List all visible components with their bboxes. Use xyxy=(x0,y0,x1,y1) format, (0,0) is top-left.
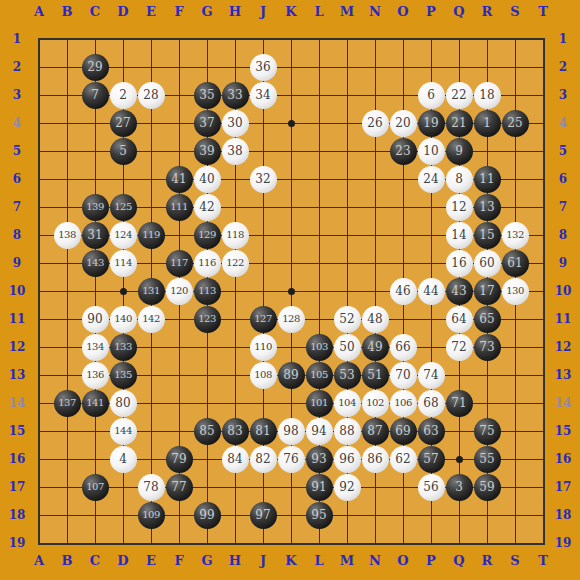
col-label-bottom-D: D xyxy=(109,551,137,571)
col-label-bottom-C: C xyxy=(81,551,109,571)
stone-black-33[interactable]: 33 xyxy=(222,82,249,109)
stone-white-82[interactable]: 82 xyxy=(250,446,277,473)
col-label-bottom-N: N xyxy=(361,551,389,571)
stone-black-9[interactable]: 9 xyxy=(446,138,473,165)
stone-number: 38 xyxy=(227,145,242,157)
stone-black-19[interactable]: 19 xyxy=(418,110,445,137)
stone-white-44[interactable]: 44 xyxy=(418,278,445,305)
stone-black-27[interactable]: 27 xyxy=(110,110,137,137)
row-label-left-7: 7 xyxy=(0,193,34,221)
col-label-top-Q: Q xyxy=(445,2,473,22)
stone-black-99[interactable]: 99 xyxy=(194,502,221,529)
stone-black-7[interactable]: 7 xyxy=(82,82,109,109)
stone-black-95[interactable]: 95 xyxy=(306,502,333,529)
row-label-left-16: 16 xyxy=(0,445,34,473)
stone-black-113[interactable]: 113 xyxy=(194,278,221,305)
stone-white-132[interactable]: 132 xyxy=(502,222,529,249)
stone-black-71[interactable]: 71 xyxy=(446,390,473,417)
stone-black-103[interactable]: 103 xyxy=(306,334,333,361)
col-label-top-E: E xyxy=(137,2,165,22)
stone-black-109[interactable]: 109 xyxy=(138,502,165,529)
stone-white-92[interactable]: 92 xyxy=(334,474,361,501)
col-label-top-A: A xyxy=(25,2,53,22)
stone-black-131[interactable]: 131 xyxy=(138,278,165,305)
col-label-bottom-G: G xyxy=(193,551,221,571)
stone-white-124[interactable]: 124 xyxy=(110,222,137,249)
stone-white-64[interactable]: 64 xyxy=(446,306,473,333)
stone-number: 15 xyxy=(479,229,494,241)
stone-black-23[interactable]: 23 xyxy=(390,138,417,165)
row-label-left-6: 6 xyxy=(0,165,34,193)
col-label-top-D: D xyxy=(109,2,137,22)
stone-number: 103 xyxy=(310,342,328,352)
stone-number: 92 xyxy=(339,481,354,493)
stone-white-24[interactable]: 24 xyxy=(418,166,445,193)
stone-number: 57 xyxy=(423,453,438,465)
stone-black-107[interactable]: 107 xyxy=(82,474,109,501)
row-label-right-1: 1 xyxy=(546,25,580,53)
stone-white-136[interactable]: 136 xyxy=(82,362,109,389)
stone-white-116[interactable]: 116 xyxy=(194,250,221,277)
stone-white-10[interactable]: 10 xyxy=(418,138,445,165)
stone-number: 143 xyxy=(86,258,104,268)
stone-white-12[interactable]: 12 xyxy=(446,194,473,221)
stone-black-81[interactable]: 81 xyxy=(250,418,277,445)
stone-white-104[interactable]: 104 xyxy=(334,390,361,417)
stone-black-37[interactable]: 37 xyxy=(194,110,221,137)
col-label-top-J: J xyxy=(249,2,277,22)
stone-white-40[interactable]: 40 xyxy=(194,166,221,193)
stone-number: 87 xyxy=(367,425,382,437)
stone-number: 134 xyxy=(86,342,104,352)
stone-white-78[interactable]: 78 xyxy=(138,474,165,501)
stone-number: 4 xyxy=(119,453,127,465)
stone-number: 106 xyxy=(394,398,412,408)
stone-number: 56 xyxy=(423,481,438,493)
stone-number: 124 xyxy=(114,230,132,240)
stone-number: 120 xyxy=(170,286,188,296)
stone-black-49[interactable]: 49 xyxy=(362,334,389,361)
stone-number: 73 xyxy=(479,341,494,353)
stone-black-69[interactable]: 69 xyxy=(390,418,417,445)
stone-number: 53 xyxy=(339,369,354,381)
stone-number: 139 xyxy=(86,202,104,212)
stone-number: 43 xyxy=(451,285,466,297)
col-label-top-G: G xyxy=(193,2,221,22)
stone-number: 81 xyxy=(255,425,270,437)
col-label-bottom-H: H xyxy=(221,551,249,571)
col-label-top-S: S xyxy=(501,2,529,22)
stone-number: 65 xyxy=(479,313,494,325)
stone-number: 14 xyxy=(451,229,466,241)
stone-black-59[interactable]: 59 xyxy=(474,474,501,501)
col-label-top-T: T xyxy=(529,2,557,22)
stone-number: 60 xyxy=(479,257,494,269)
stone-black-25[interactable]: 25 xyxy=(502,110,529,137)
stone-number: 108 xyxy=(254,370,272,380)
stone-black-73[interactable]: 73 xyxy=(474,334,501,361)
col-label-top-P: P xyxy=(417,2,445,22)
board-grid[interactable]: 1234567891011121314151617181920212223242… xyxy=(25,25,557,557)
stone-number: 7 xyxy=(91,89,99,101)
row-label-right-7: 7 xyxy=(546,193,580,221)
stone-number: 42 xyxy=(199,201,214,213)
stone-number: 11 xyxy=(479,173,494,185)
stone-black-43[interactable]: 43 xyxy=(446,278,473,305)
stone-number: 105 xyxy=(310,370,328,380)
stone-number: 9 xyxy=(455,145,463,157)
stone-number: 95 xyxy=(311,509,326,521)
row-label-left-10: 10 xyxy=(0,277,34,305)
stone-black-139[interactable]: 139 xyxy=(82,194,109,221)
stone-white-16[interactable]: 16 xyxy=(446,250,473,277)
row-label-left-11: 11 xyxy=(0,305,34,333)
stone-number: 111 xyxy=(170,202,188,212)
stone-number: 114 xyxy=(114,258,132,268)
stone-number: 52 xyxy=(339,313,354,325)
stone-black-91[interactable]: 91 xyxy=(306,474,333,501)
stone-black-63[interactable]: 63 xyxy=(418,418,445,445)
stone-number: 19 xyxy=(423,117,438,129)
stone-black-93[interactable]: 93 xyxy=(306,446,333,473)
stone-number: 18 xyxy=(479,89,494,101)
stone-number: 23 xyxy=(395,145,410,157)
row-label-left-15: 15 xyxy=(0,417,34,445)
stone-white-14[interactable]: 14 xyxy=(446,222,473,249)
col-label-bottom-K: K xyxy=(277,551,305,571)
stone-black-133[interactable]: 133 xyxy=(110,334,137,361)
stone-number: 39 xyxy=(199,145,214,157)
col-label-top-M: M xyxy=(333,2,361,22)
row-label-left-8: 8 xyxy=(0,221,34,249)
stone-white-114[interactable]: 114 xyxy=(110,250,137,277)
row-label-right-2: 2 xyxy=(546,53,580,81)
stone-number: 119 xyxy=(142,230,160,240)
row-label-right-5: 5 xyxy=(546,137,580,165)
stone-white-52[interactable]: 52 xyxy=(334,306,361,333)
stone-black-137[interactable]: 137 xyxy=(54,390,81,417)
stone-white-102[interactable]: 102 xyxy=(362,390,389,417)
stone-number: 31 xyxy=(87,229,102,241)
stone-number: 30 xyxy=(227,117,242,129)
stone-number: 79 xyxy=(171,453,186,465)
stone-black-29[interactable]: 29 xyxy=(82,54,109,81)
stone-number: 130 xyxy=(506,286,524,296)
stone-white-128[interactable]: 128 xyxy=(278,306,305,333)
stone-number: 46 xyxy=(395,285,410,297)
stone-number: 123 xyxy=(198,314,216,324)
row-label-right-15: 15 xyxy=(546,417,580,445)
stone-number: 70 xyxy=(395,369,410,381)
stone-number: 132 xyxy=(506,230,524,240)
stone-number: 20 xyxy=(395,117,410,129)
stone-black-15[interactable]: 15 xyxy=(474,222,501,249)
stone-white-18[interactable]: 18 xyxy=(474,82,501,109)
stone-number: 128 xyxy=(282,314,300,324)
stone-number: 97 xyxy=(255,509,270,521)
stone-black-51[interactable]: 51 xyxy=(362,362,389,389)
stone-black-105[interactable]: 105 xyxy=(306,362,333,389)
stone-white-72[interactable]: 72 xyxy=(446,334,473,361)
stone-number: 144 xyxy=(114,426,132,436)
stone-number: 69 xyxy=(395,425,410,437)
stone-white-66[interactable]: 66 xyxy=(390,334,417,361)
stone-white-138[interactable]: 138 xyxy=(54,222,81,249)
stone-white-80[interactable]: 80 xyxy=(110,390,137,417)
stone-number: 24 xyxy=(423,173,438,185)
stone-black-79[interactable]: 79 xyxy=(166,446,193,473)
stone-white-76[interactable]: 76 xyxy=(278,446,305,473)
stone-black-65[interactable]: 65 xyxy=(474,306,501,333)
stone-white-8[interactable]: 8 xyxy=(446,166,473,193)
stone-black-57[interactable]: 57 xyxy=(418,446,445,473)
row-label-right-8: 8 xyxy=(546,221,580,249)
stone-number: 93 xyxy=(311,453,326,465)
col-label-top-B: B xyxy=(53,2,81,22)
row-label-right-18: 18 xyxy=(546,501,580,529)
stone-white-122[interactable]: 122 xyxy=(222,250,249,277)
stone-black-143[interactable]: 143 xyxy=(82,250,109,277)
stone-white-60[interactable]: 60 xyxy=(474,250,501,277)
stone-number: 64 xyxy=(451,313,466,325)
stone-white-2[interactable]: 2 xyxy=(110,82,137,109)
stone-number: 122 xyxy=(226,258,244,268)
stone-number: 3 xyxy=(455,481,463,493)
row-label-right-14: 14 xyxy=(546,389,580,417)
col-label-bottom-E: E xyxy=(137,551,165,571)
stone-number: 141 xyxy=(86,398,104,408)
stone-black-85[interactable]: 85 xyxy=(194,418,221,445)
stone-number: 6 xyxy=(427,89,435,101)
stone-black-141[interactable]: 141 xyxy=(82,390,109,417)
stone-number: 51 xyxy=(367,369,382,381)
stone-number: 32 xyxy=(255,173,270,185)
row-label-right-3: 3 xyxy=(546,81,580,109)
stone-number: 66 xyxy=(395,341,410,353)
col-label-top-K: K xyxy=(277,2,305,22)
stone-number: 78 xyxy=(143,481,158,493)
col-label-bottom-F: F xyxy=(165,551,193,571)
stone-white-142[interactable]: 142 xyxy=(138,306,165,333)
stone-black-119[interactable]: 119 xyxy=(138,222,165,249)
stone-number: 89 xyxy=(283,369,298,381)
row-label-right-16: 16 xyxy=(546,445,580,473)
stone-white-26[interactable]: 26 xyxy=(362,110,389,137)
stone-black-35[interactable]: 35 xyxy=(194,82,221,109)
stone-number: 12 xyxy=(451,201,466,213)
stone-white-30[interactable]: 30 xyxy=(222,110,249,137)
stone-black-89[interactable]: 89 xyxy=(278,362,305,389)
stone-white-62[interactable]: 62 xyxy=(390,446,417,473)
stone-number: 107 xyxy=(86,482,104,492)
stone-white-118[interactable]: 118 xyxy=(222,222,249,249)
stone-white-144[interactable]: 144 xyxy=(110,418,137,445)
row-label-right-11: 11 xyxy=(546,305,580,333)
stone-number: 116 xyxy=(198,258,216,268)
stone-number: 77 xyxy=(171,481,186,493)
stone-number: 137 xyxy=(58,398,76,408)
stone-black-53[interactable]: 53 xyxy=(334,362,361,389)
stone-white-56[interactable]: 56 xyxy=(418,474,445,501)
col-label-top-F: F xyxy=(165,2,193,22)
stone-black-41[interactable]: 41 xyxy=(166,166,193,193)
stone-black-111[interactable]: 111 xyxy=(166,194,193,221)
row-label-right-12: 12 xyxy=(546,333,580,361)
stone-number: 28 xyxy=(143,89,158,101)
stone-number: 88 xyxy=(339,425,354,437)
stone-black-97[interactable]: 97 xyxy=(250,502,277,529)
col-label-bottom-B: B xyxy=(53,551,81,571)
stone-number: 37 xyxy=(199,117,214,129)
hoshi-dot-Q16 xyxy=(456,456,463,463)
row-label-right-19: 19 xyxy=(546,529,580,557)
stone-white-94[interactable]: 94 xyxy=(306,418,333,445)
stone-white-4[interactable]: 4 xyxy=(110,446,137,473)
stone-white-46[interactable]: 46 xyxy=(390,278,417,305)
stone-white-32[interactable]: 32 xyxy=(250,166,277,193)
stone-number: 61 xyxy=(507,257,522,269)
stone-black-1[interactable]: 1 xyxy=(474,110,501,137)
stone-white-34[interactable]: 34 xyxy=(250,82,277,109)
stone-number: 49 xyxy=(367,341,382,353)
stone-white-108[interactable]: 108 xyxy=(250,362,277,389)
stone-number: 125 xyxy=(114,202,132,212)
stone-black-83[interactable]: 83 xyxy=(222,418,249,445)
row-label-left-13: 13 xyxy=(0,361,34,389)
stone-number: 101 xyxy=(310,398,328,408)
row-label-left-12: 12 xyxy=(0,333,34,361)
stone-black-117[interactable]: 117 xyxy=(166,250,193,277)
row-label-left-18: 18 xyxy=(0,501,34,529)
stone-number: 86 xyxy=(367,453,382,465)
stone-black-87[interactable]: 87 xyxy=(362,418,389,445)
stone-white-22[interactable]: 22 xyxy=(446,82,473,109)
stone-white-96[interactable]: 96 xyxy=(334,446,361,473)
stone-white-74[interactable]: 74 xyxy=(418,362,445,389)
stone-number: 33 xyxy=(227,89,242,101)
col-label-top-C: C xyxy=(81,2,109,22)
stone-black-31[interactable]: 31 xyxy=(82,222,109,249)
stone-white-110[interactable]: 110 xyxy=(250,334,277,361)
stone-number: 113 xyxy=(198,286,216,296)
stone-white-86[interactable]: 86 xyxy=(362,446,389,473)
stone-number: 5 xyxy=(119,145,127,157)
stone-white-6[interactable]: 6 xyxy=(418,82,445,109)
col-label-bottom-J: J xyxy=(249,551,277,571)
stone-white-84[interactable]: 84 xyxy=(222,446,249,473)
stone-number: 96 xyxy=(339,453,354,465)
stone-white-48[interactable]: 48 xyxy=(362,306,389,333)
stone-black-101[interactable]: 101 xyxy=(306,390,333,417)
stone-number: 26 xyxy=(367,117,382,129)
stone-number: 22 xyxy=(451,89,466,101)
stone-black-21[interactable]: 21 xyxy=(446,110,473,137)
stone-white-134[interactable]: 134 xyxy=(82,334,109,361)
stone-number: 140 xyxy=(114,314,132,324)
stone-number: 133 xyxy=(114,342,132,352)
stone-number: 99 xyxy=(199,509,214,521)
stone-black-39[interactable]: 39 xyxy=(194,138,221,165)
stone-number: 109 xyxy=(142,510,160,520)
stone-white-106[interactable]: 106 xyxy=(390,390,417,417)
stone-number: 1 xyxy=(483,117,491,129)
stone-number: 35 xyxy=(199,89,214,101)
stone-black-129[interactable]: 129 xyxy=(194,222,221,249)
col-label-bottom-P: P xyxy=(417,551,445,571)
stone-black-17[interactable]: 17 xyxy=(474,278,501,305)
stone-number: 85 xyxy=(199,425,214,437)
stone-white-68[interactable]: 68 xyxy=(418,390,445,417)
stone-white-28[interactable]: 28 xyxy=(138,82,165,109)
stone-number: 48 xyxy=(367,313,382,325)
stone-white-140[interactable]: 140 xyxy=(110,306,137,333)
stone-number: 135 xyxy=(114,370,132,380)
stone-white-38[interactable]: 38 xyxy=(222,138,249,165)
hoshi-dot-K4 xyxy=(288,120,295,127)
stone-black-3[interactable]: 3 xyxy=(446,474,473,501)
stone-black-135[interactable]: 135 xyxy=(110,362,137,389)
stone-number: 62 xyxy=(395,453,410,465)
stone-white-42[interactable]: 42 xyxy=(194,194,221,221)
stone-number: 75 xyxy=(479,425,494,437)
stone-number: 129 xyxy=(198,230,216,240)
col-label-top-R: R xyxy=(473,2,501,22)
stone-black-123[interactable]: 123 xyxy=(194,306,221,333)
row-label-right-4: 4 xyxy=(546,109,580,137)
stone-white-98[interactable]: 98 xyxy=(278,418,305,445)
stone-number: 94 xyxy=(311,425,326,437)
stone-number: 110 xyxy=(254,342,272,352)
stone-white-70[interactable]: 70 xyxy=(390,362,417,389)
stone-black-77[interactable]: 77 xyxy=(166,474,193,501)
stone-black-61[interactable]: 61 xyxy=(502,250,529,277)
stone-number: 142 xyxy=(142,314,160,324)
stone-white-36[interactable]: 36 xyxy=(250,54,277,81)
row-label-left-1: 1 xyxy=(0,25,34,53)
row-label-left-4: 4 xyxy=(0,109,34,137)
stone-white-90[interactable]: 90 xyxy=(82,306,109,333)
col-label-bottom-S: S xyxy=(501,551,529,571)
stone-number: 82 xyxy=(255,453,270,465)
stone-black-5[interactable]: 5 xyxy=(110,138,137,165)
stone-number: 2 xyxy=(119,89,127,101)
stone-number: 118 xyxy=(226,230,244,240)
stone-number: 17 xyxy=(479,285,494,297)
stone-black-11[interactable]: 11 xyxy=(474,166,501,193)
stone-number: 21 xyxy=(451,117,466,129)
row-label-left-9: 9 xyxy=(0,249,34,277)
stone-black-75[interactable]: 75 xyxy=(474,418,501,445)
stone-white-88[interactable]: 88 xyxy=(334,418,361,445)
stone-number: 25 xyxy=(507,117,522,129)
stone-white-20[interactable]: 20 xyxy=(390,110,417,137)
stone-black-55[interactable]: 55 xyxy=(474,446,501,473)
stone-white-50[interactable]: 50 xyxy=(334,334,361,361)
stone-white-130[interactable]: 130 xyxy=(502,278,529,305)
stone-number: 40 xyxy=(199,173,214,185)
stone-black-127[interactable]: 127 xyxy=(250,306,277,333)
stone-number: 34 xyxy=(255,89,270,101)
stone-number: 59 xyxy=(479,481,494,493)
stone-number: 84 xyxy=(227,453,242,465)
stone-number: 138 xyxy=(58,230,76,240)
stone-black-13[interactable]: 13 xyxy=(474,194,501,221)
stone-number: 27 xyxy=(115,117,130,129)
stone-number: 41 xyxy=(171,173,186,185)
stone-white-120[interactable]: 120 xyxy=(166,278,193,305)
stone-black-125[interactable]: 125 xyxy=(110,194,137,221)
row-label-right-6: 6 xyxy=(546,165,580,193)
